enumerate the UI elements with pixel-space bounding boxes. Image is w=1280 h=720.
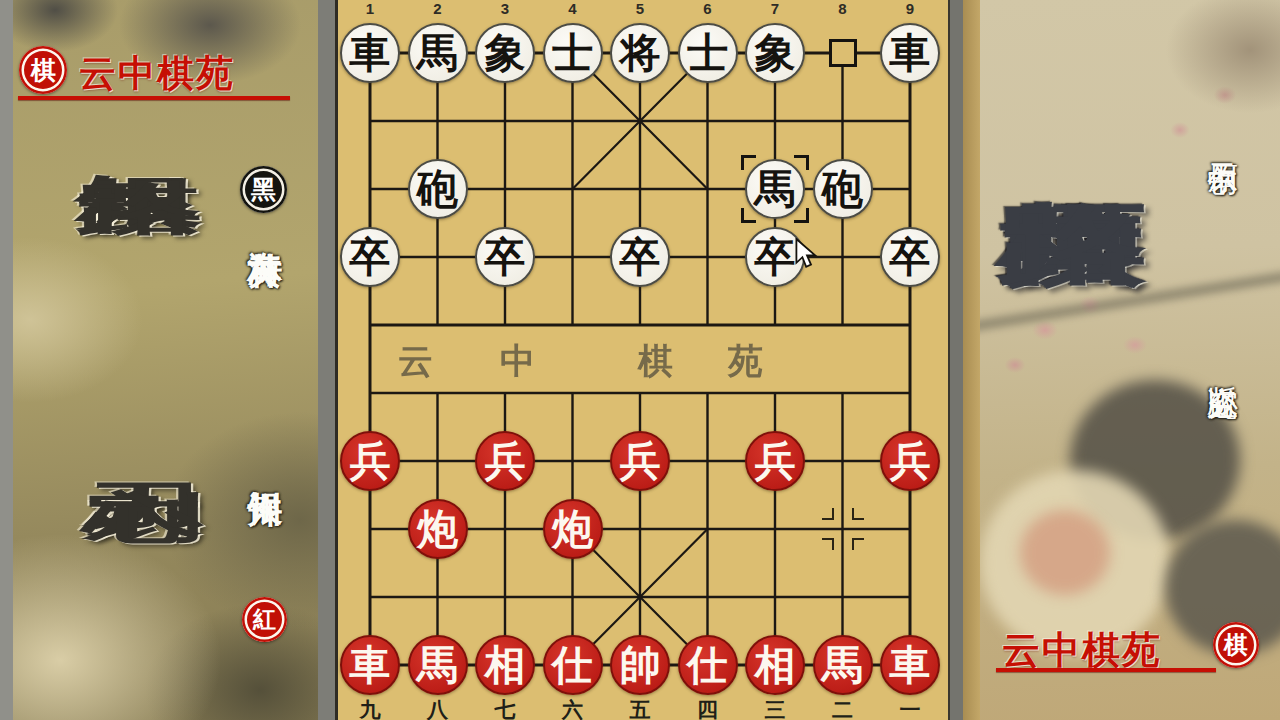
footer-underline xyxy=(996,668,1216,672)
piece-black-士[interactable]: 士 xyxy=(543,23,603,83)
piece-red-帥[interactable]: 帥 xyxy=(610,635,670,695)
river-character: 苑 xyxy=(728,338,763,385)
piece-black-将[interactable]: 将 xyxy=(610,23,670,83)
piece-red-馬[interactable]: 馬 xyxy=(813,635,873,695)
piece-red-兵[interactable]: 兵 xyxy=(880,431,940,491)
left-panel-right-strip xyxy=(318,0,335,720)
piece-black-車[interactable]: 車 xyxy=(340,23,400,83)
file-label-bottom: 九 xyxy=(356,696,384,720)
file-label-top: 6 xyxy=(694,0,722,17)
file-label-bottom: 一 xyxy=(896,696,924,720)
blurred-red-character xyxy=(1020,510,1110,595)
piece-red-炮[interactable]: 炮 xyxy=(543,499,603,559)
file-label-top: 5 xyxy=(626,0,654,17)
board-point-marker xyxy=(822,508,864,550)
file-label-top: 9 xyxy=(896,0,924,17)
file-label-top: 2 xyxy=(424,0,452,17)
file-label-top: 3 xyxy=(491,0,519,17)
river-character: 棋 xyxy=(638,338,673,385)
piece-red-兵[interactable]: 兵 xyxy=(745,431,805,491)
xiangqi-board: 123456789九八七六五四三二一 云中棋苑 車馬象士将士象車砲馬砲卒卒卒卒卒… xyxy=(335,0,950,720)
qi-logo-badge-icon-bottom: 棋 xyxy=(1213,622,1259,668)
file-label-bottom: 二 xyxy=(829,696,857,720)
river-character: 中 xyxy=(500,338,535,385)
file-label-top: 8 xyxy=(829,0,857,17)
last-move-from-marker xyxy=(829,39,857,67)
piece-red-馬[interactable]: 馬 xyxy=(408,635,468,695)
mouse-cursor xyxy=(794,238,822,270)
plum-branch xyxy=(950,272,1280,337)
file-label-bottom: 八 xyxy=(424,696,452,720)
brand-underline xyxy=(18,96,290,100)
right-panel: 大师棋路 云中原创 盗版必究 云中棋苑 棋 xyxy=(950,0,1280,720)
channel-name-top-left: 云中棋苑 xyxy=(79,49,235,99)
file-label-top: 7 xyxy=(761,0,789,17)
piece-black-卒[interactable]: 卒 xyxy=(475,227,535,287)
left-panel: 棋 云中棋苑 银川棋路 大刀剜心 黑 黄海林 许银川 紅 xyxy=(0,0,335,720)
file-label-bottom: 四 xyxy=(694,696,722,720)
red-side-badge: 紅 xyxy=(242,597,287,642)
last-move-to-marker xyxy=(741,155,809,223)
piece-red-兵[interactable]: 兵 xyxy=(475,431,535,491)
file-label-bottom: 三 xyxy=(761,696,789,720)
piece-red-車[interactable]: 車 xyxy=(340,635,400,695)
file-label-bottom: 七 xyxy=(491,696,519,720)
piece-red-兵[interactable]: 兵 xyxy=(610,431,670,491)
piece-black-卒[interactable]: 卒 xyxy=(880,227,940,287)
piece-red-兵[interactable]: 兵 xyxy=(340,431,400,491)
piece-red-仕[interactable]: 仕 xyxy=(543,635,603,695)
right-panel-gold-strip xyxy=(963,0,980,720)
piece-black-象[interactable]: 象 xyxy=(475,23,535,83)
file-label-bottom: 五 xyxy=(626,696,654,720)
piece-red-車[interactable]: 車 xyxy=(880,635,940,695)
file-label-top: 4 xyxy=(559,0,587,17)
file-label-top: 1 xyxy=(356,0,384,17)
qi-logo-badge-icon: 棋 xyxy=(19,46,67,94)
river-character: 云 xyxy=(398,338,433,385)
piece-black-卒[interactable]: 卒 xyxy=(340,227,400,287)
episode-title-top: 银川棋路 xyxy=(61,130,219,138)
piece-black-卒[interactable]: 卒 xyxy=(610,227,670,287)
video-frame: 棋 云中棋苑 银川棋路 大刀剜心 黑 黄海林 许银川 紅 123456789九八… xyxy=(0,0,1280,720)
piece-red-相[interactable]: 相 xyxy=(475,635,535,695)
piece-black-車[interactable]: 車 xyxy=(880,23,940,83)
piece-black-馬[interactable]: 馬 xyxy=(408,23,468,83)
piece-black-砲[interactable]: 砲 xyxy=(408,159,468,219)
piece-black-象[interactable]: 象 xyxy=(745,23,805,83)
black-side-badge: 黑 xyxy=(240,166,287,213)
piece-red-仕[interactable]: 仕 xyxy=(678,635,738,695)
left-edge-strip xyxy=(0,0,13,720)
piece-black-士[interactable]: 士 xyxy=(678,23,738,83)
piece-red-炮[interactable]: 炮 xyxy=(408,499,468,559)
piece-red-相[interactable]: 相 xyxy=(745,635,805,695)
episode-title-bottom: 大刀剜心 xyxy=(61,442,219,446)
file-label-bottom: 六 xyxy=(559,696,587,720)
piece-black-砲[interactable]: 砲 xyxy=(813,159,873,219)
